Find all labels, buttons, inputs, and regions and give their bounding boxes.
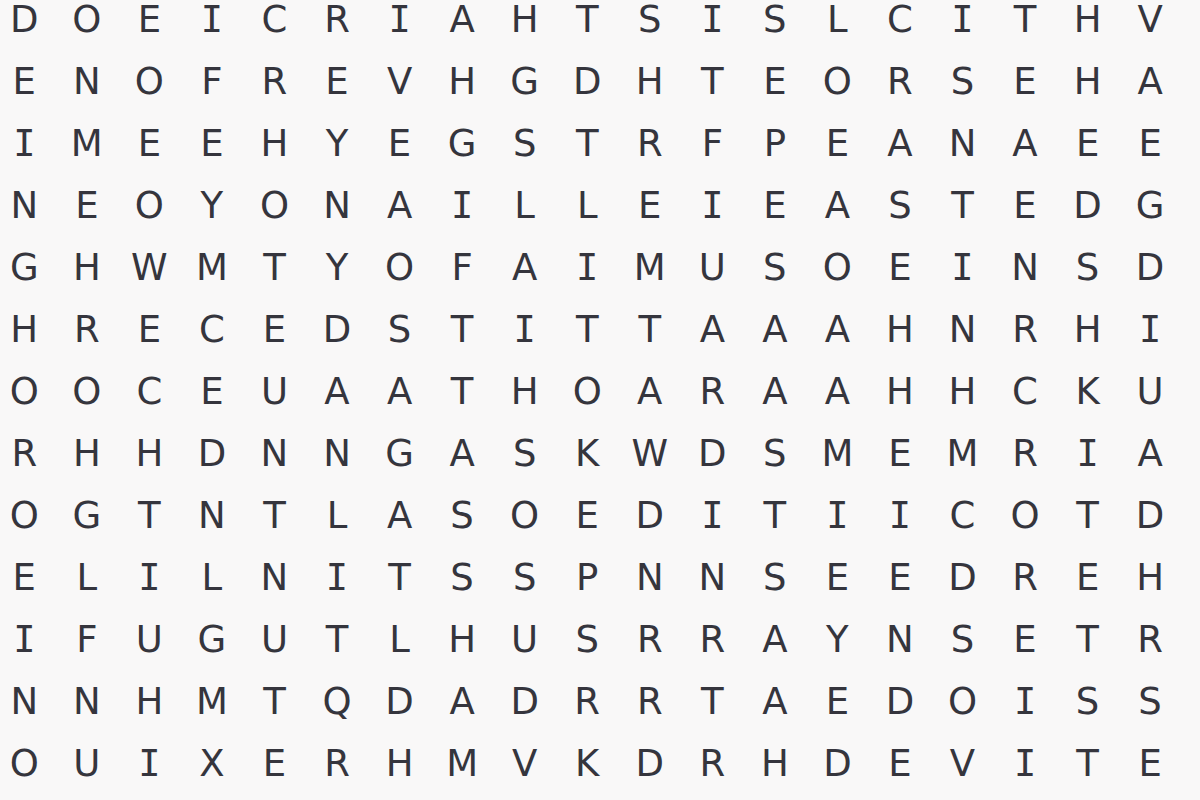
grid-cell[interactable]: M <box>56 112 119 174</box>
grid-cell[interactable]: S <box>744 236 807 298</box>
grid-cell[interactable]: H <box>431 50 494 112</box>
grid-cell[interactable]: E <box>243 298 306 360</box>
grid-cell[interactable]: I <box>931 0 994 50</box>
grid-cell[interactable]: T <box>1056 732 1119 794</box>
grid-cell[interactable]: I <box>118 732 181 794</box>
grid-cell[interactable]: I <box>869 484 932 546</box>
grid-cell[interactable]: T <box>556 298 619 360</box>
grid-cell[interactable]: O <box>994 484 1057 546</box>
grid-cell[interactable]: S <box>869 174 932 236</box>
grid-cell[interactable]: M <box>806 422 869 484</box>
grid-cell[interactable]: I <box>931 236 994 298</box>
grid-cell[interactable]: T <box>368 546 431 608</box>
grid-cell[interactable]: S <box>493 422 556 484</box>
grid-cell[interactable]: A <box>806 360 869 422</box>
grid-cell[interactable]: M <box>931 422 994 484</box>
grid-cell[interactable]: T <box>618 298 681 360</box>
grid-cell[interactable]: R <box>556 670 619 732</box>
grid-cell[interactable]: R <box>243 50 306 112</box>
grid-cell[interactable]: S <box>618 0 681 50</box>
grid-cell[interactable]: G <box>368 422 431 484</box>
grid-cell[interactable]: A <box>306 360 369 422</box>
grid-cell[interactable]: A <box>368 360 431 422</box>
grid-cell[interactable]: I <box>0 608 56 670</box>
grid-cell[interactable]: E <box>556 484 619 546</box>
grid-cell[interactable]: I <box>1119 298 1182 360</box>
grid-cell[interactable]: A <box>1119 422 1182 484</box>
grid-cell[interactable]: V <box>931 732 994 794</box>
grid-cell[interactable]: E <box>368 112 431 174</box>
grid-cell[interactable]: D <box>806 732 869 794</box>
grid-cell[interactable]: E <box>744 174 807 236</box>
grid-cell[interactable]: Y <box>806 608 869 670</box>
grid-cell[interactable]: D <box>869 670 932 732</box>
grid-cell[interactable]: T <box>556 112 619 174</box>
grid-cell[interactable]: N <box>931 112 994 174</box>
grid-cell[interactable]: R <box>56 298 119 360</box>
grid-cell[interactable]: D <box>556 50 619 112</box>
grid-cell[interactable]: U <box>118 608 181 670</box>
grid-cell[interactable]: I <box>806 484 869 546</box>
word-search-grid: DOEICRIAHTSISLCITHVENOFREVHGDHTEORSEHAIM… <box>0 0 1181 794</box>
grid-cell[interactable]: T <box>118 484 181 546</box>
grid-cell[interactable]: S <box>431 546 494 608</box>
grid-cell[interactable]: E <box>806 546 869 608</box>
grid-cell[interactable]: O <box>806 236 869 298</box>
grid-cell[interactable]: N <box>306 422 369 484</box>
grid-cell[interactable]: T <box>681 670 744 732</box>
grid-cell[interactable]: A <box>806 174 869 236</box>
grid-cell[interactable]: N <box>56 50 119 112</box>
grid-cell[interactable]: S <box>493 112 556 174</box>
grid-cell[interactable]: R <box>306 732 369 794</box>
grid-cell[interactable]: A <box>618 360 681 422</box>
grid-cell[interactable]: E <box>869 236 932 298</box>
grid-cell[interactable]: S <box>493 546 556 608</box>
grid-cell[interactable]: E <box>118 0 181 50</box>
grid-cell[interactable]: O <box>0 360 56 422</box>
grid-cell[interactable]: O <box>556 360 619 422</box>
grid-cell[interactable]: W <box>118 236 181 298</box>
grid-cell[interactable]: U <box>493 608 556 670</box>
grid-cell[interactable]: N <box>56 670 119 732</box>
grid-cell[interactable]: S <box>1119 670 1182 732</box>
grid-cell[interactable]: E <box>118 298 181 360</box>
grid-cell[interactable]: L <box>556 174 619 236</box>
grid-cell[interactable]: R <box>994 422 1057 484</box>
grid-cell[interactable]: H <box>869 360 932 422</box>
grid-cell[interactable]: M <box>181 670 244 732</box>
grid-cell[interactable]: G <box>431 112 494 174</box>
grid-cell[interactable]: T <box>931 174 994 236</box>
grid-cell[interactable]: D <box>0 0 56 50</box>
grid-cell[interactable]: K <box>1056 360 1119 422</box>
grid-cell[interactable]: R <box>1119 608 1182 670</box>
grid-cell[interactable]: C <box>994 360 1057 422</box>
grid-cell[interactable]: C <box>181 298 244 360</box>
grid-cell[interactable]: M <box>181 236 244 298</box>
grid-cell[interactable]: N <box>243 546 306 608</box>
grid-cell[interactable]: H <box>0 298 56 360</box>
grid-cell[interactable]: V <box>1119 0 1182 50</box>
grid-cell[interactable]: O <box>0 732 56 794</box>
grid-cell[interactable]: U <box>681 236 744 298</box>
grid-cell[interactable]: S <box>931 50 994 112</box>
grid-cell[interactable]: E <box>181 360 244 422</box>
grid-cell[interactable]: K <box>556 422 619 484</box>
grid-cell[interactable]: E <box>181 112 244 174</box>
grid-cell[interactable]: H <box>1119 546 1182 608</box>
grid-cell[interactable]: S <box>931 608 994 670</box>
grid-cell[interactable]: L <box>806 0 869 50</box>
grid-cell[interactable]: I <box>681 484 744 546</box>
grid-cell[interactable]: A <box>431 422 494 484</box>
grid-cell[interactable]: H <box>243 112 306 174</box>
grid-cell[interactable]: G <box>56 484 119 546</box>
grid-cell[interactable]: A <box>744 670 807 732</box>
grid-cell[interactable]: I <box>1056 422 1119 484</box>
grid-cell[interactable]: H <box>931 360 994 422</box>
grid-cell[interactable]: R <box>869 50 932 112</box>
grid-cell[interactable]: O <box>56 360 119 422</box>
grid-cell[interactable]: E <box>806 112 869 174</box>
grid-cell[interactable]: O <box>806 50 869 112</box>
grid-cell[interactable]: N <box>994 236 1057 298</box>
grid-cell[interactable]: C <box>869 0 932 50</box>
grid-cell[interactable]: H <box>431 608 494 670</box>
grid-cell[interactable]: D <box>306 298 369 360</box>
grid-cell[interactable]: U <box>1119 360 1182 422</box>
grid-cell[interactable]: I <box>431 174 494 236</box>
grid-cell[interactable]: U <box>243 608 306 670</box>
grid-cell[interactable]: N <box>243 422 306 484</box>
grid-cell[interactable]: T <box>306 608 369 670</box>
grid-cell[interactable]: R <box>0 422 56 484</box>
grid-cell[interactable]: D <box>1056 174 1119 236</box>
grid-cell[interactable]: R <box>618 670 681 732</box>
grid-cell[interactable]: H <box>118 670 181 732</box>
grid-cell[interactable]: Y <box>306 236 369 298</box>
grid-cell[interactable]: L <box>368 608 431 670</box>
grid-cell[interactable]: K <box>556 732 619 794</box>
grid-cell[interactable]: O <box>493 484 556 546</box>
grid-cell[interactable]: A <box>431 0 494 50</box>
grid-cell[interactable]: A <box>744 298 807 360</box>
grid-cell[interactable]: D <box>1119 484 1182 546</box>
grid-cell[interactable]: T <box>243 670 306 732</box>
grid-cell[interactable]: R <box>618 112 681 174</box>
grid-cell[interactable]: L <box>56 546 119 608</box>
grid-cell[interactable]: R <box>681 608 744 670</box>
grid-cell[interactable]: A <box>368 484 431 546</box>
grid-cell[interactable]: E <box>744 50 807 112</box>
grid-cell[interactable]: L <box>493 174 556 236</box>
grid-cell[interactable]: A <box>744 608 807 670</box>
grid-cell[interactable]: D <box>681 422 744 484</box>
grid-cell[interactable]: E <box>994 174 1057 236</box>
grid-cell[interactable]: E <box>869 732 932 794</box>
grid-cell[interactable]: I <box>181 0 244 50</box>
grid-cell[interactable]: E <box>994 50 1057 112</box>
grid-cell[interactable]: R <box>994 298 1057 360</box>
grid-cell[interactable]: D <box>493 670 556 732</box>
grid-cell[interactable]: I <box>118 546 181 608</box>
grid-cell[interactable]: G <box>1119 174 1182 236</box>
grid-cell[interactable]: S <box>744 546 807 608</box>
grid-cell[interactable]: H <box>869 298 932 360</box>
grid-cell[interactable]: E <box>1056 546 1119 608</box>
grid-cell[interactable]: T <box>744 484 807 546</box>
grid-cell[interactable]: E <box>0 546 56 608</box>
grid-cell[interactable]: D <box>368 670 431 732</box>
grid-cell[interactable]: E <box>1056 112 1119 174</box>
grid-cell[interactable]: Y <box>181 174 244 236</box>
grid-cell[interactable]: H <box>56 422 119 484</box>
grid-cell[interactable]: E <box>618 174 681 236</box>
grid-cell[interactable]: O <box>56 0 119 50</box>
grid-cell[interactable]: Q <box>306 670 369 732</box>
grid-cell[interactable]: T <box>681 50 744 112</box>
grid-cell[interactable]: N <box>618 546 681 608</box>
grid-cell[interactable]: A <box>368 174 431 236</box>
grid-cell[interactable]: E <box>1119 732 1182 794</box>
grid-cell[interactable]: E <box>306 50 369 112</box>
grid-cell[interactable]: M <box>618 236 681 298</box>
grid-cell[interactable]: H <box>1056 0 1119 50</box>
grid-cell[interactable]: A <box>493 236 556 298</box>
grid-cell[interactable]: R <box>994 546 1057 608</box>
grid-cell[interactable]: R <box>618 608 681 670</box>
grid-cell[interactable]: G <box>493 50 556 112</box>
grid-cell[interactable]: L <box>181 546 244 608</box>
grid-cell[interactable]: O <box>368 236 431 298</box>
grid-cell[interactable]: H <box>493 0 556 50</box>
grid-cell[interactable]: D <box>181 422 244 484</box>
grid-cell[interactable]: A <box>681 298 744 360</box>
grid-cell[interactable]: D <box>1119 236 1182 298</box>
grid-cell[interactable]: H <box>618 50 681 112</box>
grid-cell[interactable]: E <box>869 546 932 608</box>
grid-cell[interactable]: H <box>493 360 556 422</box>
grid-cell[interactable]: R <box>306 0 369 50</box>
grid-cell[interactable]: F <box>681 112 744 174</box>
grid-cell[interactable]: S <box>1056 670 1119 732</box>
grid-cell[interactable]: G <box>0 236 56 298</box>
grid-cell[interactable]: X <box>181 732 244 794</box>
grid-cell[interactable]: O <box>118 174 181 236</box>
grid-cell[interactable]: T <box>1056 608 1119 670</box>
grid-cell[interactable]: F <box>56 608 119 670</box>
grid-cell[interactable]: O <box>931 670 994 732</box>
grid-cell[interactable]: T <box>431 360 494 422</box>
grid-cell[interactable]: T <box>994 0 1057 50</box>
grid-cell[interactable]: S <box>744 0 807 50</box>
grid-cell[interactable]: I <box>994 732 1057 794</box>
grid-cell[interactable]: N <box>931 298 994 360</box>
grid-cell[interactable]: N <box>181 484 244 546</box>
grid-cell[interactable]: E <box>243 732 306 794</box>
grid-cell[interactable]: E <box>56 174 119 236</box>
grid-cell[interactable]: E <box>0 50 56 112</box>
grid-cell[interactable]: A <box>744 360 807 422</box>
grid-cell[interactable]: Y <box>306 112 369 174</box>
grid-cell[interactable]: I <box>681 174 744 236</box>
grid-cell[interactable]: R <box>681 360 744 422</box>
grid-cell[interactable]: H <box>56 236 119 298</box>
grid-cell[interactable]: E <box>118 112 181 174</box>
grid-cell[interactable]: F <box>431 236 494 298</box>
grid-cell[interactable]: S <box>368 298 431 360</box>
grid-cell[interactable]: S <box>1056 236 1119 298</box>
grid-cell[interactable]: I <box>556 236 619 298</box>
grid-cell[interactable]: I <box>994 670 1057 732</box>
grid-cell[interactable]: R <box>681 732 744 794</box>
grid-cell[interactable]: H <box>118 422 181 484</box>
grid-cell[interactable]: L <box>306 484 369 546</box>
grid-cell[interactable]: E <box>806 670 869 732</box>
grid-cell[interactable]: I <box>368 0 431 50</box>
grid-cell[interactable]: H <box>368 732 431 794</box>
grid-cell[interactable]: C <box>931 484 994 546</box>
grid-cell[interactable]: D <box>931 546 994 608</box>
grid-cell[interactable]: D <box>618 484 681 546</box>
grid-cell[interactable]: T <box>243 236 306 298</box>
grid-cell[interactable]: T <box>556 0 619 50</box>
grid-cell[interactable]: O <box>118 50 181 112</box>
grid-cell[interactable]: E <box>994 608 1057 670</box>
grid-cell[interactable]: H <box>744 732 807 794</box>
grid-cell[interactable]: N <box>681 546 744 608</box>
grid-cell[interactable]: I <box>0 112 56 174</box>
grid-cell[interactable]: V <box>493 732 556 794</box>
grid-cell[interactable]: P <box>744 112 807 174</box>
grid-cell[interactable]: I <box>306 546 369 608</box>
grid-cell[interactable]: H <box>1056 50 1119 112</box>
grid-cell[interactable]: D <box>618 732 681 794</box>
grid-cell[interactable]: T <box>243 484 306 546</box>
grid-cell[interactable]: P <box>556 546 619 608</box>
grid-cell[interactable]: H <box>1056 298 1119 360</box>
grid-cell[interactable]: S <box>744 422 807 484</box>
grid-cell[interactable]: O <box>243 174 306 236</box>
grid-cell[interactable]: U <box>56 732 119 794</box>
grid-cell[interactable]: N <box>0 174 56 236</box>
grid-cell[interactable]: N <box>0 670 56 732</box>
grid-cell[interactable]: A <box>431 670 494 732</box>
grid-cell[interactable]: N <box>869 608 932 670</box>
grid-cell[interactable]: N <box>306 174 369 236</box>
grid-cell[interactable]: C <box>243 0 306 50</box>
grid-cell[interactable]: S <box>431 484 494 546</box>
grid-cell[interactable]: I <box>493 298 556 360</box>
grid-cell[interactable]: S <box>556 608 619 670</box>
grid-cell[interactable]: V <box>368 50 431 112</box>
grid-cell[interactable]: E <box>1119 112 1182 174</box>
grid-cell[interactable]: E <box>869 422 932 484</box>
grid-cell[interactable]: O <box>0 484 56 546</box>
grid-cell[interactable]: G <box>181 608 244 670</box>
grid-cell[interactable]: M <box>431 732 494 794</box>
grid-cell[interactable]: U <box>243 360 306 422</box>
grid-cell[interactable]: I <box>681 0 744 50</box>
grid-cell[interactable]: T <box>431 298 494 360</box>
grid-cell[interactable]: A <box>1119 50 1182 112</box>
grid-cell[interactable]: T <box>1056 484 1119 546</box>
grid-cell[interactable]: A <box>806 298 869 360</box>
grid-cell[interactable]: C <box>118 360 181 422</box>
grid-cell[interactable]: W <box>618 422 681 484</box>
grid-cell[interactable]: A <box>994 112 1057 174</box>
grid-cell[interactable]: F <box>181 50 244 112</box>
grid-cell[interactable]: A <box>869 112 932 174</box>
